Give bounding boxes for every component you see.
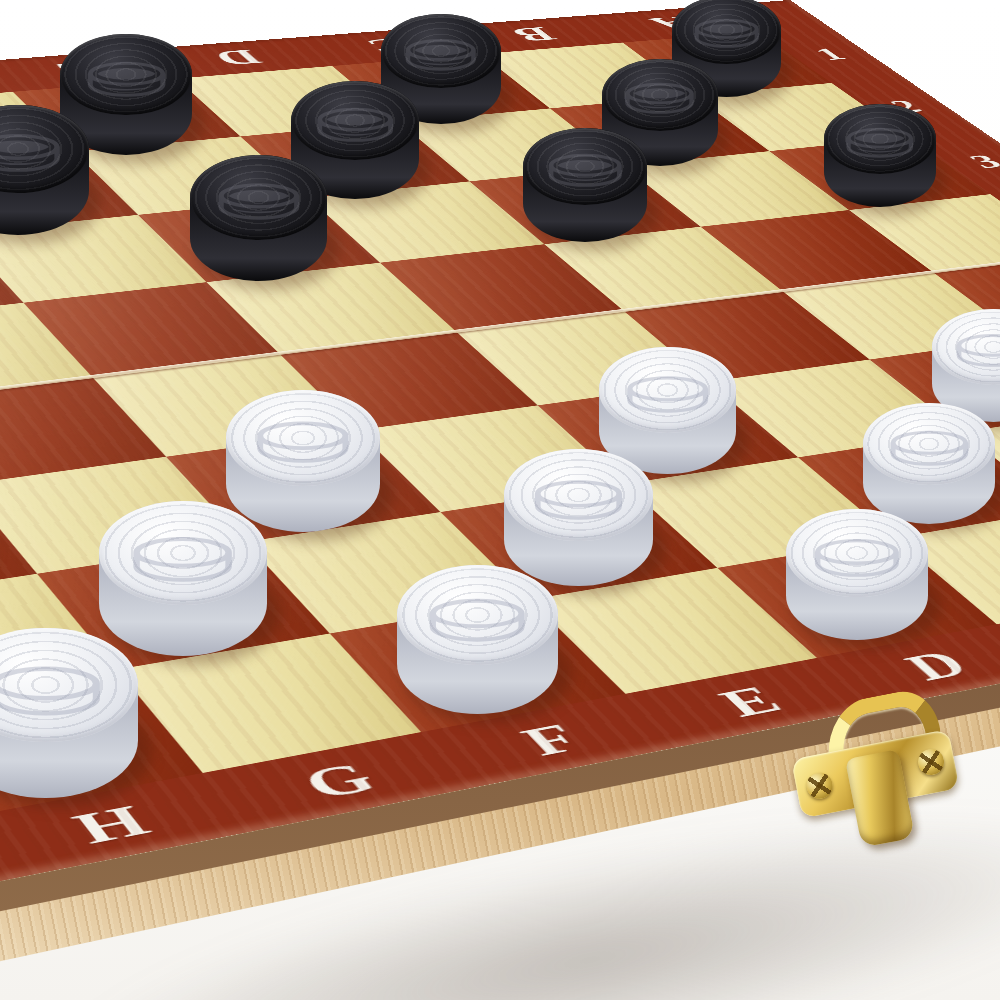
checker-white-man-f8[interactable]: ⛀ [397, 565, 559, 714]
white-draughts-man-glyph: ⛀ [252, 400, 353, 475]
white-draughts-man-glyph: ⛀ [0, 640, 106, 729]
white-draughts-man-glyph: ⛀ [810, 519, 903, 588]
checker-black-man-e3[interactable]: ⛂ [190, 155, 327, 281]
photo-canvas: H G F E D C B A H G F E D C B A 1 2 3 4 … [0, 0, 1000, 1000]
white-draughts-man-glyph: ⛀ [886, 412, 972, 476]
white-draughts-man-glyph: ⛀ [128, 512, 238, 593]
black-draughts-man-glyph: ⛂ [691, 4, 762, 57]
black-draughts-man-glyph: ⛂ [214, 164, 304, 230]
black-draughts-man-glyph: ⛂ [843, 112, 917, 167]
black-draughts-man-glyph: ⛂ [544, 137, 625, 197]
black-draughts-man-glyph: ⛂ [621, 67, 697, 123]
black-draughts-man-glyph: ⛂ [83, 43, 169, 107]
white-draughts-man-glyph: ⛀ [623, 357, 713, 423]
white-draughts-man-glyph: ⛀ [530, 459, 627, 531]
checker-white-man-c7[interactable]: ⛀ [863, 403, 995, 525]
checker-black-man-f2[interactable]: ⛂ [0, 105, 89, 236]
white-draughts-man-glyph: ⛀ [425, 576, 531, 654]
black-draughts-man-glyph: ⛂ [0, 114, 64, 183]
white-draughts-man-glyph: ⛀ [953, 317, 1000, 377]
checker-white-man-h8[interactable]: ⛀ [0, 628, 138, 798]
checker-white-man-d8[interactable]: ⛀ [786, 509, 929, 640]
checker-black-man-a3[interactable]: ⛂ [824, 104, 936, 207]
checker-black-man-c3[interactable]: ⛂ [523, 128, 647, 242]
black-draughts-man-glyph: ⛂ [402, 22, 480, 80]
black-draughts-man-glyph: ⛂ [313, 90, 397, 152]
